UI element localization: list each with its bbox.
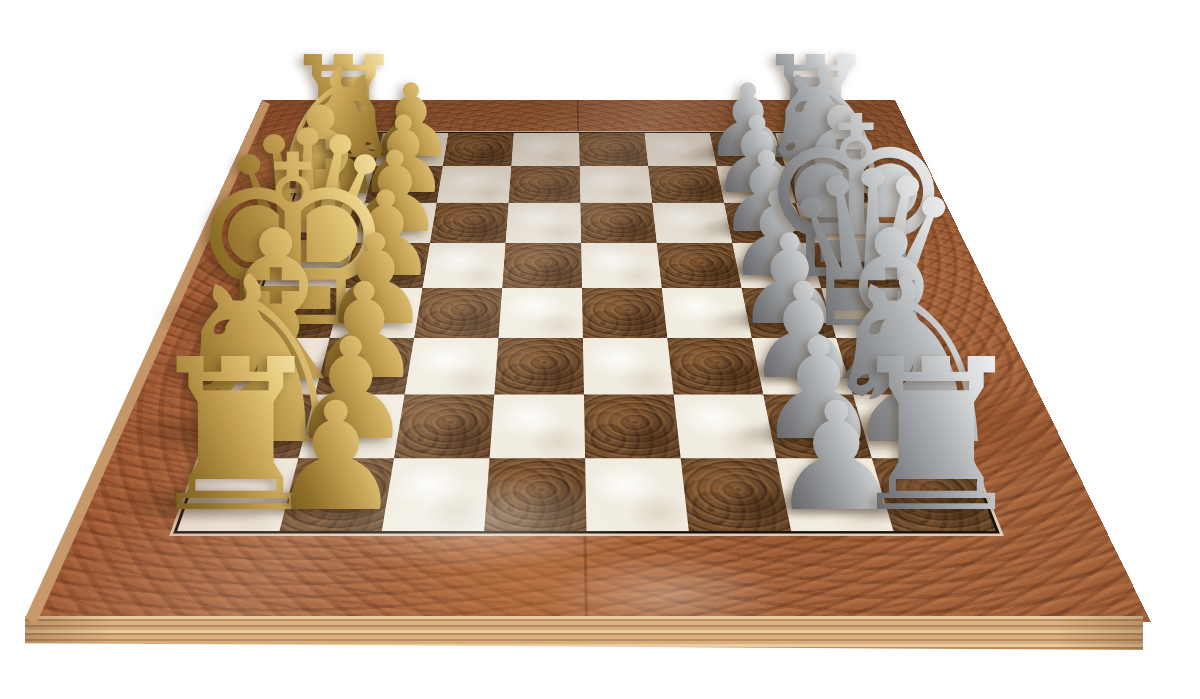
- silver-rook: ♜: [842, 332, 1030, 542]
- chess-set-product-photo: ♜♟♟♜♞♟♟♞♝♟♟♝♛♟♟♚♚♟♟♛♝♟♟♝♞♟♟♞♜♟♟♜: [0, 0, 1200, 699]
- pieces-layer: ♜♟♟♜♞♟♟♞♝♟♟♝♛♟♟♚♚♟♟♛♝♟♟♝♞♟♟♞♜♟♟♜: [0, 0, 1200, 699]
- brass-pawn: ♟: [269, 382, 404, 532]
